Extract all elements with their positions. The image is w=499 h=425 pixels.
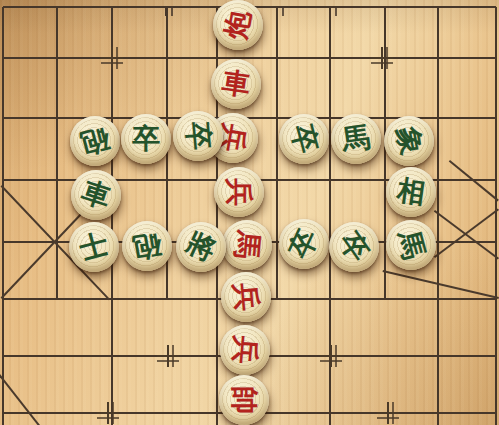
xiangqi-board: 炮車兵兵馬兵兵帥砲卒卒卒馬象車相士砲將卒卒馬: [0, 0, 499, 425]
palace-diagonal: [434, 210, 499, 260]
xiangqi-piece-green[interactable]: 卒: [329, 222, 379, 272]
xiangqi-piece-green[interactable]: 砲: [70, 116, 120, 166]
edge-tick-marker: [165, 7, 167, 16]
piece-character: 士: [63, 216, 124, 277]
xiangqi-piece-green[interactable]: 士: [69, 222, 119, 272]
xiangqi-piece-green[interactable]: 馬: [331, 114, 381, 164]
xiangqi-piece-green[interactable]: 將: [176, 222, 226, 272]
edge-tick-marker: [276, 7, 278, 16]
piece-character: 砲: [118, 217, 176, 275]
piece-character: 馬: [380, 214, 441, 275]
piece-character: 車: [64, 163, 127, 226]
grid-line-horizontal: [3, 57, 496, 59]
piece-character: 車: [208, 56, 264, 112]
edge-tick-marker: [329, 7, 331, 16]
piece-character: 砲: [64, 110, 125, 171]
grid-line-vertical: [329, 7, 331, 425]
piece-character: 象: [380, 112, 438, 170]
xiangqi-piece-green[interactable]: 卒: [173, 111, 223, 161]
xiangqi-piece-green[interactable]: 卒: [121, 114, 171, 164]
piece-character: 兵: [219, 270, 273, 324]
xiangqi-piece-red[interactable]: 兵: [220, 325, 270, 375]
piece-character: 馬: [328, 111, 384, 167]
xiangqi-piece-green[interactable]: 象: [384, 116, 434, 166]
piece-character: 卒: [121, 114, 171, 164]
xiangqi-piece-green[interactable]: 馬: [386, 220, 436, 270]
piece-character: 帥: [219, 375, 269, 425]
piece-character: 卒: [171, 109, 225, 163]
piece-character: 炮: [209, 0, 267, 54]
piece-character: 兵: [214, 167, 264, 217]
xiangqi-piece-red[interactable]: 帥: [219, 375, 269, 425]
piece-character: 兵: [218, 323, 272, 377]
palace-diagonal: [383, 270, 499, 299]
grid-line-vertical: [495, 7, 497, 425]
xiangqi-piece-red[interactable]: 兵: [221, 272, 271, 322]
grid-line-vertical: [2, 7, 4, 425]
xiangqi-piece-red[interactable]: 兵: [214, 167, 264, 217]
grid-line-vertical-partial: [56, 7, 58, 299]
xiangqi-piece-red[interactable]: 車: [211, 59, 261, 109]
palace-diagonal: [0, 374, 40, 425]
xiangqi-piece-green[interactable]: 相: [386, 167, 436, 217]
xiangqi-piece-red[interactable]: 炮: [213, 0, 263, 50]
xiangqi-piece-green[interactable]: 砲: [122, 221, 172, 271]
piece-character: 相: [383, 164, 439, 220]
xiangqi-piece-green[interactable]: 車: [71, 170, 121, 220]
xiangqi-piece-green[interactable]: 卒: [279, 114, 329, 164]
